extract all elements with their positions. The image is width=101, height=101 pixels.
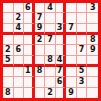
cell-r5c7-empty[interactable] — [66, 45, 77, 55]
cell-r8c9-empty[interactable] — [87, 77, 98, 87]
cell-r2c3-empty[interactable] — [24, 13, 35, 23]
cell-r1c1-empty[interactable] — [3, 3, 14, 13]
cell-r6c4-empty[interactable] — [35, 56, 46, 67]
cell-r3c6-given-3[interactable]: 3 — [56, 24, 67, 35]
cell-r8c4-empty[interactable] — [35, 77, 46, 87]
cell-r9c7-given-9[interactable]: 9 — [66, 88, 77, 98]
cell-r3c1-empty[interactable] — [3, 24, 14, 35]
cell-r9c4-empty[interactable] — [35, 88, 46, 98]
cell-r1c5-given-4[interactable]: 4 — [45, 3, 56, 13]
cell-r7c8-given-5[interactable]: 5 — [77, 67, 88, 77]
cell-r8c2-empty[interactable] — [14, 77, 25, 87]
sudoku-board: 6432749372782679584187563829 — [0, 0, 101, 101]
cell-r6c5-given-8[interactable]: 8 — [45, 56, 56, 67]
cell-r5c9-given-9[interactable]: 9 — [87, 45, 98, 55]
cell-r6c2-empty[interactable] — [14, 56, 25, 67]
cell-r8c8-given-3[interactable]: 3 — [77, 77, 88, 87]
cell-r9c5-given-2[interactable]: 2 — [45, 88, 56, 98]
cell-r4c3-empty[interactable] — [24, 35, 35, 45]
cell-r9c3-empty[interactable] — [24, 88, 35, 98]
cell-r1c6-empty[interactable] — [56, 3, 67, 13]
cell-r4c4-given-2[interactable]: 2 — [35, 35, 46, 45]
cell-r8c6-given-6[interactable]: 6 — [56, 77, 67, 87]
cell-r1c2-empty[interactable] — [14, 3, 25, 13]
cell-r1c7-empty[interactable] — [66, 3, 77, 13]
cell-r1c4-empty[interactable] — [35, 3, 46, 13]
cell-r9c1-given-8[interactable]: 8 — [3, 88, 14, 98]
cell-r4c8-empty[interactable] — [77, 35, 88, 45]
cell-r7c6-given-7[interactable]: 7 — [56, 67, 67, 77]
cell-r9c9-empty[interactable] — [87, 88, 98, 98]
cell-r7c7-empty[interactable] — [66, 67, 77, 77]
cell-r7c4-given-8[interactable]: 8 — [35, 67, 46, 77]
cell-r1c3-given-6[interactable]: 6 — [24, 3, 35, 13]
cell-r4c1-empty[interactable] — [3, 35, 14, 45]
cell-r6c8-empty[interactable] — [77, 56, 88, 67]
cell-r3c7-given-7[interactable]: 7 — [66, 24, 77, 35]
cell-r5c8-given-7[interactable]: 7 — [77, 45, 88, 55]
cell-r2c8-empty[interactable] — [77, 13, 88, 23]
cell-r5c4-empty[interactable] — [35, 45, 46, 55]
cell-r8c1-empty[interactable] — [3, 77, 14, 87]
cell-r4c6-empty[interactable] — [56, 35, 67, 45]
cell-r8c3-empty[interactable] — [24, 77, 35, 87]
cell-r3c2-given-4[interactable]: 4 — [14, 24, 25, 35]
cell-r7c2-empty[interactable] — [14, 67, 25, 77]
cell-r5c3-empty[interactable] — [24, 45, 35, 55]
cell-r9c6-empty[interactable] — [56, 88, 67, 98]
cell-r8c7-empty[interactable] — [66, 77, 77, 87]
cell-r7c5-empty[interactable] — [45, 67, 56, 77]
cell-r3c9-empty[interactable] — [87, 24, 98, 35]
cell-r2c9-empty[interactable] — [87, 13, 98, 23]
cell-r1c8-empty[interactable] — [77, 3, 88, 13]
cell-r3c3-empty[interactable] — [24, 24, 35, 35]
cell-r9c2-empty[interactable] — [14, 88, 25, 98]
cell-r6c9-empty[interactable] — [87, 56, 98, 67]
cell-r2c1-empty[interactable] — [3, 13, 14, 23]
cell-r5c2-given-6[interactable]: 6 — [14, 45, 25, 55]
cell-r1c9-given-3[interactable]: 3 — [87, 3, 98, 13]
cell-r4c9-given-8[interactable]: 8 — [87, 35, 98, 45]
cell-r3c8-empty[interactable] — [77, 24, 88, 35]
cell-r4c5-given-7[interactable]: 7 — [45, 35, 56, 45]
cell-r6c6-given-4[interactable]: 4 — [56, 56, 67, 67]
cell-r7c1-empty[interactable] — [3, 67, 14, 77]
cell-r4c2-empty[interactable] — [14, 35, 25, 45]
cell-r9c8-empty[interactable] — [77, 88, 88, 98]
cell-r6c3-empty[interactable] — [24, 56, 35, 67]
cell-r6c7-empty[interactable] — [66, 56, 77, 67]
cell-r7c9-empty[interactable] — [87, 67, 98, 77]
cell-r3c4-given-9[interactable]: 9 — [35, 24, 46, 35]
cell-r6c1-given-5[interactable]: 5 — [3, 56, 14, 67]
cell-r7c3-given-1[interactable]: 1 — [24, 67, 35, 77]
cell-r4c7-empty[interactable] — [66, 35, 77, 45]
cell-r8c5-empty[interactable] — [45, 77, 56, 87]
cell-r3c5-empty[interactable] — [45, 24, 56, 35]
cell-r2c5-empty[interactable] — [45, 13, 56, 23]
